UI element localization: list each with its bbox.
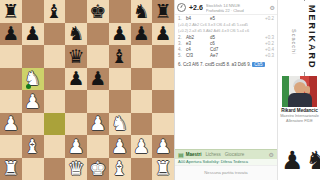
white-rook[interactable]: ♜ xyxy=(0,158,22,181)
black-rook[interactable]: ♜ xyxy=(152,0,174,23)
chess-board[interactable]: ♜♝♚♞♜♟♟♞♟♟♟♛♝♞♟♟♟♟♟♞♝♟♟♟♟♜♛♚♝♜ xyxy=(0,0,174,180)
brand-rule xyxy=(304,0,305,1)
square-c1[interactable] xyxy=(44,158,66,181)
white-move[interactable]: b4 xyxy=(186,16,210,22)
square-b6[interactable] xyxy=(22,45,44,68)
square-h8[interactable]: ♜ xyxy=(152,0,174,23)
black-bishop[interactable]: ♝ xyxy=(44,0,66,23)
square-f6[interactable]: ♝ xyxy=(109,45,131,68)
square-d1[interactable]: ♛ xyxy=(65,158,87,181)
white-bishop[interactable]: ♝ xyxy=(109,158,131,181)
presenter-photo xyxy=(282,76,317,107)
square-g8[interactable]: ♞ xyxy=(131,0,153,23)
presenter-name: Rikard Medancic xyxy=(279,108,320,113)
brand-wordmark: MERIKARD Scacchi xyxy=(285,5,320,75)
square-f2[interactable]: ♟ xyxy=(109,135,131,158)
square-b8[interactable] xyxy=(22,0,44,23)
decorative-chess-pieces: ♟♞ xyxy=(281,146,320,175)
move-eval: +0.2 xyxy=(265,16,274,22)
black-pawn[interactable]: ♟ xyxy=(152,23,174,46)
black-queen[interactable]: ♛ xyxy=(65,45,87,68)
current-line-moves[interactable]: 6. Cc3 Af6 7. cxd5 cxd5 8. a3 Dd6 9. xyxy=(178,62,251,67)
square-g7[interactable]: ♟ xyxy=(131,23,153,46)
explorer-header: ▤ Maestri Lichess Giocatore ⚙ xyxy=(175,149,277,159)
engine-eval: +2.6 xyxy=(189,4,203,11)
move-number: 5. xyxy=(178,53,186,59)
opening-name[interactable]: A00 Apertura Sokolsky: Difesa Tedesca xyxy=(175,159,277,166)
engine-depth: Profondità 22 · Cloud xyxy=(206,8,270,13)
square-h3[interactable] xyxy=(152,113,174,136)
white-pawn[interactable]: ♟ xyxy=(65,135,87,158)
current-move-highlight[interactable]: Cb5 xyxy=(252,62,264,67)
square-c7[interactable] xyxy=(44,23,66,46)
black-pawn[interactable]: ♟ xyxy=(109,23,131,46)
move-number: 1. xyxy=(178,16,186,22)
square-h1[interactable]: ♜ xyxy=(152,158,174,181)
move-row[interactable]: 1. b4 e5 +0.2 xyxy=(178,16,274,22)
white-pawn[interactable]: ♟ xyxy=(109,135,131,158)
tab-maestri[interactable]: Maestri xyxy=(186,152,202,157)
square-h2[interactable]: ♟ xyxy=(152,135,174,158)
square-b3[interactable] xyxy=(22,113,44,136)
square-c3[interactable] xyxy=(44,113,66,136)
square-h5[interactable] xyxy=(152,68,174,91)
explorer-empty-message: Nessuna partita trovata xyxy=(175,166,277,180)
square-e3[interactable]: ♟ xyxy=(87,113,109,136)
black-knight[interactable]: ♞ xyxy=(65,23,87,46)
square-g3[interactable] xyxy=(131,113,153,136)
square-e6[interactable] xyxy=(87,45,109,68)
square-g2[interactable]: ♟ xyxy=(131,135,153,158)
variation-line[interactable]: (+0.4) 2.Ab2 Cc6 3.e3 Cf6 4.c4 d5 5.cxd5 xyxy=(178,23,274,28)
variation-line[interactable]: (+0.2) 2.a3 d5 3.Ab2 Ad6 4.e3 Cf6 5.c4 c… xyxy=(178,29,274,34)
settings-gear-icon[interactable]: ⚙ xyxy=(270,4,275,11)
square-f3[interactable]: ♞ xyxy=(109,113,131,136)
move-annotation-dot xyxy=(26,84,31,89)
square-c6[interactable] xyxy=(44,45,66,68)
black-pawn[interactable]: ♟ xyxy=(0,23,22,46)
square-h7[interactable]: ♟ xyxy=(152,23,174,46)
square-g4[interactable] xyxy=(131,90,153,113)
square-e1[interactable]: ♚ xyxy=(87,158,109,181)
square-f7[interactable]: ♟ xyxy=(109,23,131,46)
move-row[interactable]: 5.Cf3Ae7+0.3 xyxy=(178,53,274,59)
black-pawn[interactable]: ♟ xyxy=(22,23,44,46)
black-bishop[interactable]: ♝ xyxy=(109,45,131,68)
analysis-panel: +2.6 Stockfish 14 NNUE Profondità 22 · C… xyxy=(174,0,278,180)
square-g1[interactable] xyxy=(131,158,153,181)
black-rook[interactable]: ♜ xyxy=(0,0,22,23)
square-d2[interactable]: ♟ xyxy=(65,135,87,158)
move-eval: +0.3 xyxy=(265,53,274,59)
white-move[interactable]: Cf3 xyxy=(186,53,210,59)
square-f4[interactable] xyxy=(109,90,131,113)
move-list: 1. b4 e5 +0.2 (+0.4) 2.Ab2 Cc6 3.e3 Cf6 … xyxy=(175,15,277,69)
square-c4[interactable] xyxy=(44,90,66,113)
square-a4[interactable] xyxy=(0,90,22,113)
photo-body xyxy=(288,93,312,107)
white-knight[interactable]: ♞ xyxy=(22,68,44,91)
square-b5[interactable]: ♞ xyxy=(22,68,44,91)
square-a7[interactable]: ♟ xyxy=(0,23,22,46)
white-pawn[interactable]: ♟ xyxy=(131,135,153,158)
channel-sidebar: MERIKARD Scacchi Rikard Medancic Maestro… xyxy=(279,0,320,180)
square-f5[interactable] xyxy=(109,68,131,91)
square-b7[interactable]: ♟ xyxy=(22,23,44,46)
square-c5[interactable] xyxy=(44,68,66,91)
square-e7[interactable] xyxy=(87,23,109,46)
black-pawn[interactable]: ♟ xyxy=(65,68,87,91)
tab-giocatore[interactable]: Giocatore xyxy=(225,152,245,157)
black-king[interactable]: ♚ xyxy=(87,0,109,23)
explorer-gear-icon[interactable]: ⚙ xyxy=(269,151,274,158)
square-b1[interactable] xyxy=(22,158,44,181)
brand-subtitle: Scacchi xyxy=(291,29,297,55)
black-pawn[interactable]: ♟ xyxy=(131,23,153,46)
white-knight[interactable]: ♞ xyxy=(109,113,131,136)
square-c2[interactable] xyxy=(44,135,66,158)
white-queen[interactable]: ♛ xyxy=(65,158,87,181)
white-pawn[interactable]: ♟ xyxy=(152,135,174,158)
square-d3[interactable] xyxy=(65,113,87,136)
square-g5[interactable] xyxy=(131,68,153,91)
square-b2[interactable]: ♝ xyxy=(22,135,44,158)
white-rook[interactable]: ♜ xyxy=(152,158,174,181)
white-pawn[interactable]: ♟ xyxy=(87,113,109,136)
square-a1[interactable]: ♜ xyxy=(0,158,22,181)
presenter-title-2: Allenatore FIDE xyxy=(279,119,320,123)
move-table: 2.Ab2d5+0.33.e3c6+0.24.c4Cd7+0.45.Cf3Ae7… xyxy=(178,35,274,59)
square-a6[interactable] xyxy=(0,45,22,68)
engine-info: Stockfish 14 NNUE Profondità 22 · Cloud xyxy=(206,3,270,13)
square-e2[interactable] xyxy=(87,135,109,158)
square-e4[interactable] xyxy=(87,90,109,113)
square-d8[interactable] xyxy=(65,0,87,23)
square-a8[interactable]: ♜ xyxy=(0,0,22,23)
presenter-title: Maestro Internazionale xyxy=(279,114,320,118)
square-h4[interactable] xyxy=(152,90,174,113)
square-d4[interactable] xyxy=(65,90,87,113)
square-e5[interactable]: ♟ xyxy=(87,68,109,91)
engine-gauge-icon[interactable] xyxy=(177,3,186,12)
square-g6[interactable] xyxy=(131,45,153,68)
square-a5[interactable] xyxy=(0,68,22,91)
square-d6[interactable]: ♛ xyxy=(65,45,87,68)
tab-lichess[interactable]: Lichess xyxy=(205,152,220,157)
current-line[interactable]: 6. Cc3 Af6 7. cxd5 cxd5 8. a3 Dd6 9. Cb5 xyxy=(178,61,274,68)
square-a3[interactable]: ♟ xyxy=(0,113,22,136)
white-bishop[interactable]: ♝ xyxy=(22,135,44,158)
opening-explorer: ▤ Maestri Lichess Giocatore ⚙ A00 Apertu… xyxy=(175,149,277,180)
engine-eval-bar: +2.6 Stockfish 14 NNUE Profondità 22 · C… xyxy=(175,0,277,15)
square-f8[interactable] xyxy=(109,0,131,23)
brand-name: MERIKARD xyxy=(307,5,317,70)
black-move[interactable]: Ae7 xyxy=(210,53,234,59)
black-knight[interactable]: ♞ xyxy=(131,0,153,23)
white-king[interactable]: ♚ xyxy=(87,158,109,181)
square-c8[interactable]: ♝ xyxy=(44,0,66,23)
white-pawn[interactable]: ♟ xyxy=(0,113,22,136)
black-pawn[interactable]: ♟ xyxy=(87,68,109,91)
square-h6[interactable] xyxy=(152,45,174,68)
square-f1[interactable]: ♝ xyxy=(109,158,131,181)
square-d5[interactable]: ♟ xyxy=(65,68,87,91)
square-a2[interactable] xyxy=(0,135,22,158)
square-d7[interactable]: ♞ xyxy=(65,23,87,46)
white-pawn[interactable]: ♟ xyxy=(22,90,44,113)
black-move[interactable]: e5 xyxy=(210,16,234,22)
book-icon: ▤ xyxy=(178,152,184,158)
square-b4[interactable]: ♟ xyxy=(22,90,44,113)
square-e8[interactable]: ♚ xyxy=(87,0,109,23)
